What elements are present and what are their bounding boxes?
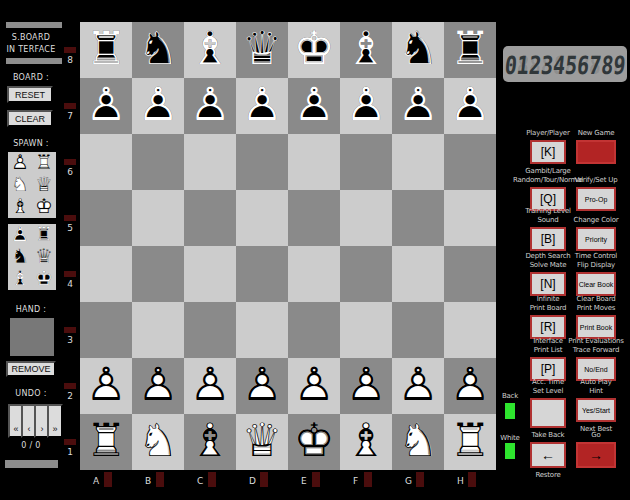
spawn-white-queen[interactable]: ♛♕ (32, 174, 56, 196)
white-queen-piece[interactable]: ♛♕ (236, 414, 288, 470)
acc-time-button[interactable] (530, 398, 566, 428)
square-b3[interactable] (132, 302, 184, 358)
square-a6[interactable] (80, 134, 132, 190)
spawn-palette-black: ♟♙♜♖♞♘♛♕♝♗♚♔ (8, 224, 56, 290)
file-label-f: F (353, 476, 358, 486)
piece-outline-glyph: ♖ (32, 152, 56, 172)
white-pawn-piece[interactable]: ♟♙ (340, 358, 392, 414)
file-led-f (364, 472, 372, 487)
white-rook-piece[interactable]: ♜♖ (80, 414, 132, 470)
piece-outline-glyph: ♙ (392, 81, 444, 127)
square-f8[interactable]: ♝♗ (340, 22, 392, 78)
square-b4[interactable] (132, 246, 184, 302)
go-button[interactable]: → (576, 442, 616, 468)
square-f4[interactable] (340, 246, 392, 302)
spawn-white-knight[interactable]: ♞♘ (8, 174, 32, 196)
k-button[interactable]: [K] (530, 140, 566, 164)
file-label-h: H (457, 476, 464, 486)
black-bishop-piece[interactable]: ♝♗ (340, 22, 392, 78)
r-button[interactable]: [R] (530, 315, 566, 339)
piece-outline-glyph: ♙ (288, 81, 340, 127)
black-pawn-piece[interactable]: ♟♙ (132, 78, 184, 134)
white-pawn-piece[interactable]: ♟♙ (8, 152, 32, 174)
white-rook-piece[interactable]: ♜♖ (444, 414, 496, 470)
square-e1[interactable]: ♚♔ (288, 414, 340, 470)
square-d6[interactable] (236, 134, 288, 190)
square-a7[interactable]: ♟♙ (80, 78, 132, 134)
remove-button[interactable]: REMOVE (6, 361, 56, 377)
file-label-g: G (405, 476, 412, 486)
square-a3[interactable] (80, 302, 132, 358)
white-queen-piece[interactable]: ♛♕ (32, 174, 56, 196)
square-a4[interactable] (80, 246, 132, 302)
black-knight-piece[interactable]: ♞♘ (8, 246, 32, 268)
white-pawn-piece[interactable]: ♟♙ (444, 358, 496, 414)
spawn-white-rook[interactable]: ♜♖ (32, 152, 56, 174)
square-e6[interactable] (288, 134, 340, 190)
square-c3[interactable] (184, 302, 236, 358)
rank-led-4 (64, 271, 76, 277)
sidebar-divider-top (6, 22, 62, 28)
square-g6[interactable] (392, 134, 444, 190)
square-b2[interactable]: ♟♙ (132, 358, 184, 414)
piece-outline-glyph: ♙ (80, 361, 132, 407)
rank-led-3 (64, 327, 76, 333)
white-pawn-piece[interactable]: ♟♙ (132, 358, 184, 414)
square-b8[interactable]: ♞♘ (132, 22, 184, 78)
clear-button[interactable]: CLEAR (7, 110, 53, 127)
undo-counter: 0 / 0 (0, 441, 62, 450)
spawn-white-bishop[interactable]: ♝♗ (8, 196, 32, 218)
white-pawn-piece[interactable]: ♟♙ (392, 358, 444, 414)
square-b1[interactable]: ♞♘ (132, 414, 184, 470)
square-f5[interactable] (340, 190, 392, 246)
piece-outline-glyph: ♕ (32, 174, 56, 194)
file-label-d: D (249, 476, 256, 486)
piece-outline-glyph: ♙ (236, 81, 288, 127)
square-a2[interactable]: ♟♙ (80, 358, 132, 414)
piece-outline-glyph: ♙ (236, 361, 288, 407)
trace-forward-label: Trace Forward (541, 346, 630, 354)
gambit-large-label: Gambit/Large (493, 167, 603, 175)
white-knight-piece[interactable]: ♞♘ (392, 414, 444, 470)
spawn-white-pawn[interactable]: ♟♙ (8, 152, 32, 174)
square-e3[interactable] (288, 302, 340, 358)
square-d5[interactable] (236, 190, 288, 246)
rank-label-6: 6 (60, 167, 80, 177)
black-pawn-piece[interactable]: ♟♙ (392, 78, 444, 134)
spawn-white-king[interactable]: ♚♔ (32, 196, 56, 218)
piece-outline-glyph: ♙ (132, 361, 184, 407)
white-rook-piece[interactable]: ♜♖ (32, 152, 56, 174)
square-d7[interactable]: ♟♙ (236, 78, 288, 134)
piece-outline-glyph: ♙ (8, 224, 32, 244)
sidebar-divider-title (6, 58, 62, 64)
undo-section-label: UNDO : (0, 389, 62, 398)
verify-set-up-label: Verify/Set Up (541, 176, 630, 184)
square-b7[interactable]: ♟♙ (132, 78, 184, 134)
black-rook-piece[interactable]: ♜♖ (32, 224, 56, 246)
back-led (505, 403, 515, 419)
black-king-piece[interactable]: ♚♔ (32, 268, 56, 290)
piece-outline-glyph: ♙ (184, 81, 236, 127)
restore-label: Restore (493, 471, 603, 479)
file-led-b (156, 472, 164, 487)
piece-outline-glyph: ♔ (32, 196, 56, 216)
square-c5[interactable] (184, 190, 236, 246)
black-king-piece[interactable]: ♚♔ (288, 22, 340, 78)
white-king-piece[interactable]: ♚♔ (288, 414, 340, 470)
piece-outline-glyph: ♙ (444, 361, 496, 407)
black-pawn-piece[interactable]: ♟♙ (444, 78, 496, 134)
square-d1[interactable]: ♛♕ (236, 414, 288, 470)
square-e4[interactable] (288, 246, 340, 302)
white-bishop-piece[interactable]: ♝♗ (184, 414, 236, 470)
square-b6[interactable] (132, 134, 184, 190)
square-c6[interactable] (184, 134, 236, 190)
black-bishop-piece[interactable]: ♝♗ (184, 22, 236, 78)
white-pawn-piece[interactable]: ♟♙ (288, 358, 340, 414)
square-c7[interactable]: ♟♙ (184, 78, 236, 134)
piece-outline-glyph: ♖ (80, 25, 132, 71)
square-d2[interactable]: ♟♙ (236, 358, 288, 414)
piece-outline-glyph: ♗ (8, 268, 32, 288)
square-f3[interactable] (340, 302, 392, 358)
b-button[interactable]: [B] (530, 227, 566, 251)
time-control-label: Time Control (541, 252, 630, 260)
square-e5[interactable] (288, 190, 340, 246)
piece-outline-glyph: ♕ (32, 246, 56, 266)
piece-outline-glyph: ♗ (184, 25, 236, 71)
rank-led-8 (64, 47, 76, 53)
hand-slot[interactable] (10, 318, 54, 356)
white-pawn-piece[interactable]: ♟♙ (184, 358, 236, 414)
piece-outline-glyph: ♙ (340, 81, 392, 127)
print-moves-label: Print Moves (541, 304, 630, 312)
rank-label-7: 7 (60, 111, 80, 121)
piece-outline-glyph: ♘ (8, 174, 32, 194)
black-queen-piece[interactable]: ♛♕ (236, 22, 288, 78)
reset-button[interactable]: RESET (7, 86, 53, 103)
piece-outline-glyph: ♗ (8, 196, 32, 216)
piece-outline-glyph: ♕ (236, 25, 288, 71)
square-f2[interactable]: ♟♙ (340, 358, 392, 414)
training-level-label: Training Level (493, 207, 603, 215)
piece-outline-glyph: ♙ (132, 81, 184, 127)
print-evaluations-label: Print Evaluations (541, 337, 630, 345)
piece-outline-glyph: ♙ (444, 81, 496, 127)
piece-outline-glyph: ♙ (80, 81, 132, 127)
spawn-palette-white: ♟♙♜♖♞♘♛♕♝♗♚♔ (8, 152, 56, 218)
white-knight-piece[interactable]: ♞♘ (8, 174, 32, 196)
white-pawn-piece[interactable]: ♟♙ (236, 358, 288, 414)
new-game-label: New Game (541, 129, 630, 137)
black-pawn-piece[interactable]: ♟♙ (184, 78, 236, 134)
piece-outline-glyph: ♙ (340, 361, 392, 407)
white-knight-piece[interactable]: ♞♘ (132, 414, 184, 470)
rank-label-1: 1 (60, 447, 80, 457)
piece-outline-glyph: ♘ (132, 25, 184, 71)
spawn-black-rook[interactable]: ♜♖ (32, 224, 56, 246)
square-h6[interactable] (444, 134, 496, 190)
piece-outline-glyph: ♙ (8, 152, 32, 172)
file-led-d (260, 472, 268, 487)
priority-button[interactable]: Priority (576, 227, 616, 251)
spawn-black-knight[interactable]: ♞♘ (8, 246, 32, 268)
clear-board-label: Clear Board (541, 295, 630, 303)
take-back-button[interactable]: ← (530, 442, 566, 468)
square-f6[interactable] (340, 134, 392, 190)
new-game-button[interactable] (576, 140, 616, 164)
square-e2[interactable]: ♟♙ (288, 358, 340, 414)
square-h5[interactable] (444, 190, 496, 246)
file-led-c (208, 472, 216, 487)
rank-led-6 (64, 159, 76, 165)
print-book-button[interactable]: Print Book (576, 315, 616, 339)
file-label-b: B (145, 476, 151, 486)
spawn-black-queen[interactable]: ♛♕ (32, 246, 56, 268)
white-led (505, 443, 515, 459)
spawn-black-king[interactable]: ♚♔ (32, 268, 56, 290)
piece-outline-glyph: ♔ (288, 25, 340, 71)
black-queen-piece[interactable]: ♛♕ (32, 246, 56, 268)
flip-display-label: Flip Display (541, 261, 630, 269)
rank-label-4: 4 (60, 279, 80, 289)
square-b5[interactable] (132, 190, 184, 246)
black-rook-piece[interactable]: ♜♖ (444, 22, 496, 78)
square-c4[interactable] (184, 246, 236, 302)
square-c2[interactable]: ♟♙ (184, 358, 236, 414)
app-title-line1: S.BOARD (0, 33, 62, 42)
black-pawn-piece[interactable]: ♟♙ (80, 78, 132, 134)
square-h8[interactable]: ♜♖ (444, 22, 496, 78)
white-bishop-piece[interactable]: ♝♗ (8, 196, 32, 218)
go-label: Go (541, 431, 630, 439)
piece-outline-glyph: ♖ (444, 25, 496, 71)
black-pawn-piece[interactable]: ♟♙ (8, 224, 32, 246)
square-h1[interactable]: ♜♖ (444, 414, 496, 470)
black-rook-piece[interactable]: ♜♖ (80, 22, 132, 78)
piece-outline-glyph: ♔ (32, 268, 56, 288)
piece-outline-glyph: ♖ (32, 224, 56, 244)
spawn-section-label: SPAWN : (0, 139, 62, 148)
hand-section-label: HAND : (0, 305, 62, 314)
square-a8[interactable]: ♜♖ (80, 22, 132, 78)
square-d8[interactable]: ♛♕ (236, 22, 288, 78)
file-label-a: A (93, 476, 99, 486)
chess-computer-ui: { "game": "chess", "position": "rnbqkbnr… (0, 0, 630, 500)
piece-outline-glyph: ♔ (288, 417, 340, 463)
square-a1[interactable]: ♜♖ (80, 414, 132, 470)
piece-outline-glyph: ♘ (392, 25, 444, 71)
square-f1[interactable]: ♝♗ (340, 414, 392, 470)
square-g7[interactable]: ♟♙ (392, 78, 444, 134)
rank-led-5 (64, 215, 76, 221)
square-g8[interactable]: ♞♘ (392, 22, 444, 78)
square-g1[interactable]: ♞♘ (392, 414, 444, 470)
rank-led-7 (64, 103, 76, 109)
white-pawn-piece[interactable]: ♟♙ (80, 358, 132, 414)
square-h4[interactable] (444, 246, 496, 302)
spawn-black-bishop[interactable]: ♝♗ (8, 268, 32, 290)
sidebar-divider-bottom (5, 460, 58, 468)
black-knight-piece[interactable]: ♞♘ (132, 22, 184, 78)
square-d4[interactable] (236, 246, 288, 302)
change-color-label: Change Color (541, 216, 630, 224)
piece-outline-glyph: ♙ (392, 361, 444, 407)
board-section-label: BOARD : (0, 73, 62, 82)
white-indicator-label: White (480, 434, 540, 442)
file-label-c: C (197, 476, 203, 486)
square-e7[interactable]: ♟♙ (288, 78, 340, 134)
black-pawn-piece[interactable]: ♟♙ (340, 78, 392, 134)
white-bishop-piece[interactable]: ♝♗ (340, 414, 392, 470)
piece-outline-glyph: ♖ (80, 417, 132, 463)
piece-outline-glyph: ♘ (392, 417, 444, 463)
clear-book-button[interactable]: Clear Book (576, 272, 616, 296)
white-king-piece[interactable]: ♚♔ (32, 196, 56, 218)
piece-outline-glyph: ♘ (8, 246, 32, 266)
square-g2[interactable]: ♟♙ (392, 358, 444, 414)
square-g4[interactable] (392, 246, 444, 302)
square-c1[interactable]: ♝♗ (184, 414, 236, 470)
n-button[interactable]: [N] (530, 272, 566, 296)
square-a5[interactable] (80, 190, 132, 246)
black-pawn-piece[interactable]: ♟♙ (288, 78, 340, 134)
rank-label-3: 3 (60, 335, 80, 345)
spawn-black-pawn[interactable]: ♟♙ (8, 224, 32, 246)
rank-label-8: 8 (60, 55, 80, 65)
square-h7[interactable]: ♟♙ (444, 78, 496, 134)
black-knight-piece[interactable]: ♞♘ (392, 22, 444, 78)
piece-outline-glyph: ♙ (288, 361, 340, 407)
back-indicator-label: Back (480, 392, 540, 400)
piece-outline-glyph: ♘ (132, 417, 184, 463)
file-led-h (468, 472, 476, 487)
auto-play-label: Auto Play (541, 378, 630, 386)
rank-label-5: 5 (60, 223, 80, 233)
square-h3[interactable] (444, 302, 496, 358)
square-f7[interactable]: ♟♙ (340, 78, 392, 134)
undo-step-button-3[interactable]: » (47, 404, 63, 438)
square-c8[interactable]: ♝♗ (184, 22, 236, 78)
hint-label: Hint (541, 387, 630, 395)
piece-outline-glyph: ♕ (236, 417, 288, 463)
black-pawn-piece[interactable]: ♟♙ (236, 78, 288, 134)
piece-outline-glyph: ♙ (184, 361, 236, 407)
file-led-e (312, 472, 320, 487)
file-led-a (104, 472, 112, 487)
lcd-display: 8888888888 0123456789 (503, 46, 627, 82)
piece-outline-glyph: ♗ (340, 25, 392, 71)
rank-label-2: 2 (60, 391, 80, 401)
file-label-e: E (301, 476, 307, 486)
lcd-digits: 0123456789 (503, 50, 626, 80)
square-e8[interactable]: ♚♔ (288, 22, 340, 78)
square-g3[interactable] (392, 302, 444, 358)
rank-led-1 (64, 439, 76, 445)
rank-led-2 (64, 383, 76, 389)
black-bishop-piece[interactable]: ♝♗ (8, 268, 32, 290)
square-h2[interactable]: ♟♙ (444, 358, 496, 414)
yes-start-button[interactable]: Yes/Start (576, 398, 616, 422)
square-d3[interactable] (236, 302, 288, 358)
app-title-line2: IN TERFACE (0, 45, 62, 54)
file-led-g (416, 472, 424, 487)
piece-outline-glyph: ♗ (340, 417, 392, 463)
square-g5[interactable] (392, 190, 444, 246)
chess-board: ♜♖♞♘♝♗♛♕♚♔♝♗♞♘♜♖♟♙♟♙♟♙♟♙♟♙♟♙♟♙♟♙♟♙♟♙♟♙♟♙… (80, 22, 496, 470)
piece-outline-glyph: ♗ (184, 417, 236, 463)
